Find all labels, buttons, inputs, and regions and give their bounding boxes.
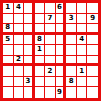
- cell-r7c8[interactable]: 1: [77, 66, 88, 77]
- cell-r7c5[interactable]: 2: [45, 66, 56, 77]
- cell-r2c3[interactable]: [24, 14, 35, 25]
- cell-r2c8[interactable]: [77, 14, 88, 25]
- cell-r5c9[interactable]: [87, 45, 98, 56]
- cell-r7c4[interactable]: [35, 66, 46, 77]
- cell-r6c2[interactable]: 2: [14, 56, 25, 67]
- cell-r7c3[interactable]: [24, 66, 35, 77]
- cell-r7c9[interactable]: [87, 66, 98, 77]
- cell-r9c7[interactable]: [66, 87, 77, 98]
- cell-r7c1[interactable]: [3, 66, 14, 77]
- cell-r1c4[interactable]: [35, 3, 46, 14]
- cell-r2c6[interactable]: [56, 14, 67, 25]
- cell-r4c7[interactable]: [66, 35, 77, 46]
- cell-r3c2[interactable]: [14, 24, 25, 35]
- cell-r1c5[interactable]: [45, 3, 56, 14]
- cell-r2c2[interactable]: [14, 14, 25, 25]
- cell-r9c9[interactable]: [87, 87, 98, 98]
- cell-r8c2[interactable]: [14, 77, 25, 88]
- cell-r1c6[interactable]: 6: [56, 3, 67, 14]
- sudoku-board: 14673985841221389: [0, 0, 101, 101]
- cell-r9c5[interactable]: [45, 87, 56, 98]
- cell-r3c9[interactable]: [87, 24, 98, 35]
- cell-r2c7[interactable]: 3: [66, 14, 77, 25]
- cell-r7c2[interactable]: [14, 66, 25, 77]
- cell-r6c6[interactable]: [56, 56, 67, 67]
- cell-r7c7[interactable]: [66, 66, 77, 77]
- cell-r3c7[interactable]: [66, 24, 77, 35]
- cell-r2c9[interactable]: 9: [87, 14, 98, 25]
- cell-r1c1[interactable]: 1: [3, 3, 14, 14]
- cell-r8c8[interactable]: [77, 77, 88, 88]
- cell-r9c6[interactable]: 9: [56, 87, 67, 98]
- cell-r4c5[interactable]: [45, 35, 56, 46]
- cell-r6c8[interactable]: [77, 56, 88, 67]
- cell-r4c2[interactable]: [14, 35, 25, 46]
- cell-r8c4[interactable]: [35, 77, 46, 88]
- cell-r3c4[interactable]: [35, 24, 46, 35]
- cell-r4c1[interactable]: 5: [3, 35, 14, 46]
- cell-r4c6[interactable]: [56, 35, 67, 46]
- cell-r1c8[interactable]: [77, 3, 88, 14]
- cell-r4c8[interactable]: 4: [77, 35, 88, 46]
- cell-r1c2[interactable]: 4: [14, 3, 25, 14]
- cell-r8c1[interactable]: [3, 77, 14, 88]
- cell-r9c2[interactable]: [14, 87, 25, 98]
- cell-r9c8[interactable]: [77, 87, 88, 98]
- cell-r8c7[interactable]: 8: [66, 77, 77, 88]
- cell-r9c3[interactable]: [24, 87, 35, 98]
- cell-r8c9[interactable]: [87, 77, 98, 88]
- cell-r5c5[interactable]: [45, 45, 56, 56]
- cell-r5c4[interactable]: 1: [35, 45, 46, 56]
- cell-r1c7[interactable]: [66, 3, 77, 14]
- cell-r6c1[interactable]: [3, 56, 14, 67]
- cell-r4c4[interactable]: 8: [35, 35, 46, 46]
- cell-r5c1[interactable]: [3, 45, 14, 56]
- cell-r5c8[interactable]: [77, 45, 88, 56]
- cell-r1c9[interactable]: [87, 3, 98, 14]
- cell-r3c3[interactable]: [24, 24, 35, 35]
- cell-r6c5[interactable]: [45, 56, 56, 67]
- cell-r5c6[interactable]: [56, 45, 67, 56]
- cell-r8c3[interactable]: 3: [24, 77, 35, 88]
- cell-r9c1[interactable]: [3, 87, 14, 98]
- cell-r2c5[interactable]: 7: [45, 14, 56, 25]
- cell-r3c1[interactable]: 8: [3, 24, 14, 35]
- cell-r2c4[interactable]: [35, 14, 46, 25]
- cell-r6c9[interactable]: [87, 56, 98, 67]
- cell-r3c6[interactable]: [56, 24, 67, 35]
- cell-r6c3[interactable]: [24, 56, 35, 67]
- cell-r6c7[interactable]: [66, 56, 77, 67]
- cell-r3c8[interactable]: [77, 24, 88, 35]
- cell-r4c9[interactable]: [87, 35, 98, 46]
- cell-r8c6[interactable]: [56, 77, 67, 88]
- cell-r5c7[interactable]: [66, 45, 77, 56]
- cell-r5c3[interactable]: [24, 45, 35, 56]
- cell-r3c5[interactable]: [45, 24, 56, 35]
- cell-r7c6[interactable]: [56, 66, 67, 77]
- cell-r4c3[interactable]: [24, 35, 35, 46]
- cell-r8c5[interactable]: [45, 77, 56, 88]
- cell-r6c4[interactable]: [35, 56, 46, 67]
- cell-r9c4[interactable]: [35, 87, 46, 98]
- cell-r1c3[interactable]: [24, 3, 35, 14]
